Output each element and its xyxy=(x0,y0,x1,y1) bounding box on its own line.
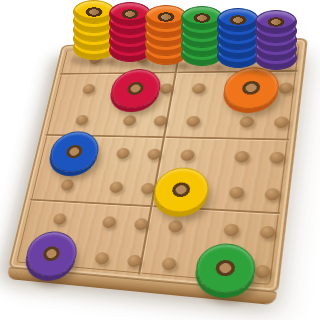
peg[interactable] xyxy=(115,147,130,158)
peg[interactable] xyxy=(101,216,117,228)
cell-b3 xyxy=(95,136,151,171)
peg[interactable] xyxy=(248,50,263,61)
cell-d5 xyxy=(145,206,206,246)
cell-d6 xyxy=(138,242,200,285)
stacked-ring-orange xyxy=(145,14,187,38)
peg[interactable] xyxy=(264,188,281,201)
stack-peg xyxy=(159,6,173,25)
cell-e4 xyxy=(205,173,267,212)
peg[interactable] xyxy=(81,84,95,94)
peg[interactable] xyxy=(185,115,200,126)
stacked-ring-top-orange xyxy=(145,5,187,29)
peg[interactable] xyxy=(223,223,240,236)
peg[interactable] xyxy=(122,115,137,126)
cell-e1 xyxy=(222,71,281,105)
peg[interactable] xyxy=(179,149,195,161)
stack-peg xyxy=(87,1,101,20)
peg[interactable] xyxy=(196,51,211,61)
cell-a4 xyxy=(39,167,94,203)
stack-peg xyxy=(269,11,283,30)
game-photo xyxy=(0,0,320,320)
cell-e3 xyxy=(211,138,272,175)
cell-b6 xyxy=(72,238,131,279)
stacked-ring-top-green xyxy=(181,6,223,30)
peg[interactable] xyxy=(60,179,75,190)
stack-peg xyxy=(123,3,137,22)
ring-red[interactable] xyxy=(108,69,164,109)
peg[interactable] xyxy=(228,186,244,199)
cell-a0 xyxy=(69,43,121,74)
stacked-ring-red xyxy=(109,11,151,35)
peg[interactable] xyxy=(160,257,176,271)
cell-a3 xyxy=(47,135,101,169)
peg[interactable] xyxy=(94,251,110,264)
peg[interactable] xyxy=(74,115,88,125)
stacked-ring-green xyxy=(181,15,223,39)
cell-d1 xyxy=(170,72,227,105)
cell-e6 xyxy=(194,247,258,291)
cell-b2 xyxy=(102,104,157,137)
peg[interactable] xyxy=(238,116,254,127)
stacked-ring-red xyxy=(109,20,151,44)
peg[interactable] xyxy=(259,225,276,239)
cell-d2 xyxy=(164,104,222,138)
ring-orange[interactable] xyxy=(221,67,281,109)
stacked-ring-top-blue xyxy=(217,8,259,32)
stacked-ring-top-yellow xyxy=(73,0,115,24)
stack-peg xyxy=(195,7,209,26)
cell-a6 xyxy=(23,234,80,274)
stacked-ring-blue xyxy=(217,17,259,41)
cell-a1 xyxy=(62,73,115,104)
cell-d4 xyxy=(151,171,211,209)
peg[interactable] xyxy=(233,150,249,162)
stacked-ring-yellow xyxy=(73,18,115,42)
peg[interactable] xyxy=(269,151,285,163)
peg[interactable] xyxy=(88,54,102,64)
peg[interactable] xyxy=(278,82,294,93)
peg[interactable] xyxy=(273,116,289,127)
stacked-ring-yellow xyxy=(73,9,115,33)
cell-e2 xyxy=(217,104,277,139)
stacked-ring-top-red xyxy=(109,2,151,26)
peg[interactable] xyxy=(282,49,298,60)
peg[interactable] xyxy=(134,53,148,63)
pegboard xyxy=(8,38,308,293)
cell-b5 xyxy=(80,203,138,242)
peg[interactable] xyxy=(108,181,123,193)
peg[interactable] xyxy=(167,220,183,233)
peg[interactable] xyxy=(191,83,206,94)
peg[interactable] xyxy=(52,213,67,225)
stack-peg xyxy=(231,9,245,28)
cell-b1 xyxy=(108,73,163,105)
peg[interactable] xyxy=(254,264,271,278)
cell-b4 xyxy=(87,169,144,206)
stacked-ring-top-purple xyxy=(255,10,297,34)
cell-d0 xyxy=(176,40,232,72)
